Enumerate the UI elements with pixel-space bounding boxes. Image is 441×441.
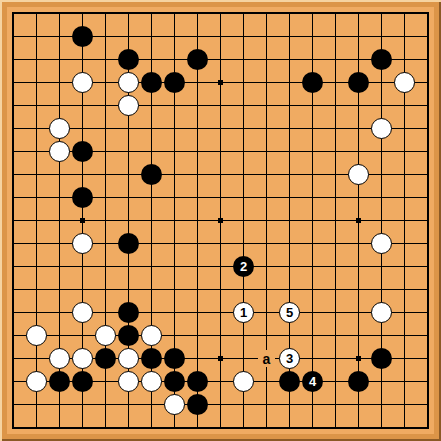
black-stone[interactable] (187, 49, 208, 70)
white-stone[interactable] (371, 118, 392, 139)
black-stone[interactable] (72, 26, 93, 47)
black-stone[interactable] (95, 348, 116, 369)
star-point (356, 356, 361, 361)
black-stone[interactable] (164, 371, 185, 392)
black-stone[interactable] (72, 187, 93, 208)
white-stone[interactable] (49, 118, 70, 139)
white-stone[interactable] (394, 72, 415, 93)
white-stone[interactable] (26, 371, 47, 392)
black-stone[interactable] (279, 371, 300, 392)
black-stone[interactable] (187, 394, 208, 415)
black-stone-move-4[interactable]: 4 (302, 371, 323, 392)
black-stone[interactable] (141, 348, 162, 369)
white-stone[interactable] (141, 371, 162, 392)
white-stone[interactable] (72, 348, 93, 369)
white-stone[interactable] (118, 348, 139, 369)
star-point (356, 218, 361, 223)
white-stone[interactable] (164, 394, 185, 415)
black-stone[interactable] (118, 302, 139, 323)
white-stone-move-5[interactable]: 5 (279, 302, 300, 323)
black-stone[interactable] (72, 141, 93, 162)
white-stone[interactable] (118, 95, 139, 116)
white-stone[interactable] (233, 371, 254, 392)
black-stone[interactable] (118, 49, 139, 70)
white-stone[interactable] (49, 141, 70, 162)
stones-layer: 21534a (2, 2, 439, 439)
star-point (218, 356, 223, 361)
black-stone[interactable] (371, 49, 392, 70)
white-stone[interactable] (95, 325, 116, 346)
black-stone[interactable] (348, 371, 369, 392)
black-stone[interactable] (141, 164, 162, 185)
white-stone[interactable] (118, 72, 139, 93)
black-stone[interactable] (371, 348, 392, 369)
star-point (218, 218, 223, 223)
white-stone[interactable] (141, 325, 162, 346)
white-stone[interactable] (118, 371, 139, 392)
white-stone[interactable] (26, 325, 47, 346)
white-stone[interactable] (371, 233, 392, 254)
white-stone-move-1[interactable]: 1 (233, 302, 254, 323)
star-point (80, 218, 85, 223)
black-stone[interactable] (49, 371, 70, 392)
go-board[interactable]: 21534a (0, 0, 441, 441)
point-label-a[interactable]: a (258, 350, 275, 367)
white-stone[interactable] (72, 233, 93, 254)
white-stone[interactable] (72, 72, 93, 93)
white-stone-move-3[interactable]: 3 (279, 348, 300, 369)
star-point (218, 80, 223, 85)
white-stone[interactable] (371, 302, 392, 323)
black-stone[interactable] (118, 233, 139, 254)
black-stone[interactable] (348, 72, 369, 93)
black-stone[interactable] (164, 348, 185, 369)
black-stone[interactable] (187, 371, 208, 392)
white-stone[interactable] (348, 164, 369, 185)
black-stone[interactable] (164, 72, 185, 93)
black-stone-move-2[interactable]: 2 (233, 256, 254, 277)
white-stone[interactable] (49, 348, 70, 369)
black-stone[interactable] (72, 371, 93, 392)
black-stone[interactable] (302, 72, 323, 93)
black-stone[interactable] (141, 72, 162, 93)
white-stone[interactable] (72, 302, 93, 323)
black-stone[interactable] (118, 325, 139, 346)
